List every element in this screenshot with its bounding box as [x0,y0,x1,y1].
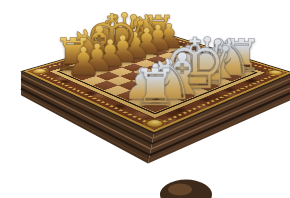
corner-rosette [142,118,168,129]
chess-set-product-photo: ♜♞♝♛♚♝♞♜♟♟♟♟♟♟♟♟♟♟♟♟♟♟♟♟♜♞♝♛♚♝♞♜ [0,0,290,198]
corner-rosette [29,68,50,76]
gold-pawn[interactable]: ♟ [66,42,101,81]
corner-rosette [265,69,286,77]
silver-rook[interactable]: ♜ [132,62,178,113]
